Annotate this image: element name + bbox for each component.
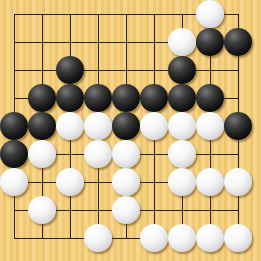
intersection-r7-c8[interactable] — [196, 168, 224, 196]
intersection-r7-c7[interactable] — [168, 168, 196, 196]
intersection-r4-c8[interactable] — [196, 84, 224, 112]
intersection-r5-c7[interactable] — [168, 112, 196, 140]
white-stone — [224, 168, 252, 196]
intersection-r9-c8[interactable] — [196, 224, 224, 252]
white-stone — [0, 168, 28, 196]
intersection-r8-c9[interactable] — [224, 196, 252, 224]
intersection-r4-c4[interactable] — [84, 84, 112, 112]
white-stone — [168, 28, 196, 56]
intersection-r1-c7[interactable] — [168, 0, 196, 28]
intersection-r6-c4[interactable] — [84, 140, 112, 168]
intersection-r1-c9[interactable] — [224, 0, 252, 28]
intersection-r9-c6[interactable] — [140, 224, 168, 252]
intersection-r6-c9[interactable] — [224, 140, 252, 168]
intersection-r3-c7[interactable] — [168, 56, 196, 84]
intersection-r4-c9[interactable] — [224, 84, 252, 112]
intersection-r5-c1[interactable] — [0, 112, 28, 140]
black-stone — [168, 56, 196, 84]
intersection-r7-c4[interactable] — [84, 168, 112, 196]
black-stone — [168, 84, 196, 112]
white-stone — [168, 224, 196, 252]
white-stone — [28, 140, 56, 168]
intersection-r3-c6[interactable] — [140, 56, 168, 84]
intersection-r7-c2[interactable] — [28, 168, 56, 196]
intersection-r2-c3[interactable] — [56, 28, 84, 56]
intersection-r7-c3[interactable] — [56, 168, 84, 196]
intersection-r9-c3[interactable] — [56, 224, 84, 252]
black-stone — [196, 84, 224, 112]
intersection-r3-c3[interactable] — [56, 56, 84, 84]
black-stone — [0, 140, 28, 168]
intersection-r9-c2[interactable] — [28, 224, 56, 252]
white-stone — [112, 196, 140, 224]
black-stone — [28, 112, 56, 140]
intersection-r6-c8[interactable] — [196, 140, 224, 168]
white-stone — [196, 0, 224, 28]
intersection-r5-c8[interactable] — [196, 112, 224, 140]
intersection-r2-c6[interactable] — [140, 28, 168, 56]
intersection-r6-c5[interactable] — [112, 140, 140, 168]
white-stone — [196, 168, 224, 196]
white-stone — [140, 224, 168, 252]
intersection-r6-c6[interactable] — [140, 140, 168, 168]
intersection-r2-c1[interactable] — [0, 28, 28, 56]
white-stone — [168, 112, 196, 140]
intersection-r6-c1[interactable] — [0, 140, 28, 168]
intersection-r4-c5[interactable] — [112, 84, 140, 112]
intersection-r1-c8[interactable] — [196, 0, 224, 28]
intersection-r5-c4[interactable] — [84, 112, 112, 140]
black-stone — [196, 28, 224, 56]
intersection-r7-c5[interactable] — [112, 168, 140, 196]
intersection-r4-c3[interactable] — [56, 84, 84, 112]
white-stone — [84, 112, 112, 140]
white-stone — [168, 168, 196, 196]
black-stone — [56, 56, 84, 84]
white-stone — [56, 112, 84, 140]
white-stone — [112, 168, 140, 196]
intersection-r5-c2[interactable] — [28, 112, 56, 140]
intersection-r5-c9[interactable] — [224, 112, 252, 140]
board-intersections — [0, 0, 252, 252]
intersection-r2-c8[interactable] — [196, 28, 224, 56]
white-stone — [112, 140, 140, 168]
white-stone — [84, 224, 112, 252]
intersection-r1-c3[interactable] — [56, 0, 84, 28]
intersection-r9-c4[interactable] — [84, 224, 112, 252]
intersection-r3-c1[interactable] — [0, 56, 28, 84]
intersection-r2-c5[interactable] — [112, 28, 140, 56]
intersection-r1-c1[interactable] — [0, 0, 28, 28]
intersection-r6-c7[interactable] — [168, 140, 196, 168]
intersection-r2-c4[interactable] — [84, 28, 112, 56]
intersection-r1-c5[interactable] — [112, 0, 140, 28]
black-stone — [84, 84, 112, 112]
intersection-r5-c3[interactable] — [56, 112, 84, 140]
intersection-r8-c7[interactable] — [168, 196, 196, 224]
intersection-r2-c2[interactable] — [28, 28, 56, 56]
intersection-r5-c6[interactable] — [140, 112, 168, 140]
intersection-r8-c4[interactable] — [84, 196, 112, 224]
intersection-r6-c2[interactable] — [28, 140, 56, 168]
intersection-r5-c5[interactable] — [112, 112, 140, 140]
intersection-r3-c8[interactable] — [196, 56, 224, 84]
black-stone — [0, 112, 28, 140]
intersection-r8-c6[interactable] — [140, 196, 168, 224]
intersection-r8-c8[interactable] — [196, 196, 224, 224]
white-stone — [224, 224, 252, 252]
intersection-r8-c2[interactable] — [28, 196, 56, 224]
go-board — [0, 0, 261, 261]
black-stone — [112, 112, 140, 140]
white-stone — [196, 112, 224, 140]
white-stone — [140, 112, 168, 140]
intersection-r8-c5[interactable] — [112, 196, 140, 224]
white-stone — [196, 224, 224, 252]
white-stone — [84, 140, 112, 168]
intersection-r4-c6[interactable] — [140, 84, 168, 112]
intersection-r3-c4[interactable] — [84, 56, 112, 84]
intersection-r4-c7[interactable] — [168, 84, 196, 112]
intersection-r2-c9[interactable] — [224, 28, 252, 56]
intersection-r9-c7[interactable] — [168, 224, 196, 252]
black-stone — [112, 84, 140, 112]
intersection-r4-c2[interactable] — [28, 84, 56, 112]
black-stone — [56, 84, 84, 112]
black-stone — [28, 84, 56, 112]
intersection-r1-c6[interactable] — [140, 0, 168, 28]
intersection-r3-c9[interactable] — [224, 56, 252, 84]
white-stone — [56, 168, 84, 196]
white-stone — [28, 196, 56, 224]
intersection-r7-c9[interactable] — [224, 168, 252, 196]
intersection-r6-c3[interactable] — [56, 140, 84, 168]
black-stone — [224, 28, 252, 56]
intersection-r1-c4[interactable] — [84, 0, 112, 28]
intersection-r7-c1[interactable] — [0, 168, 28, 196]
intersection-r9-c1[interactable] — [0, 224, 28, 252]
black-stone — [224, 112, 252, 140]
intersection-r9-c5[interactable] — [112, 224, 140, 252]
intersection-r2-c7[interactable] — [168, 28, 196, 56]
intersection-r3-c5[interactable] — [112, 56, 140, 84]
white-stone — [168, 140, 196, 168]
intersection-r8-c3[interactable] — [56, 196, 84, 224]
intersection-r8-c1[interactable] — [0, 196, 28, 224]
intersection-r9-c9[interactable] — [224, 224, 252, 252]
intersection-r7-c6[interactable] — [140, 168, 168, 196]
intersection-r1-c2[interactable] — [28, 0, 56, 28]
intersection-r3-c2[interactable] — [28, 56, 56, 84]
black-stone — [140, 84, 168, 112]
intersection-r4-c1[interactable] — [0, 84, 28, 112]
